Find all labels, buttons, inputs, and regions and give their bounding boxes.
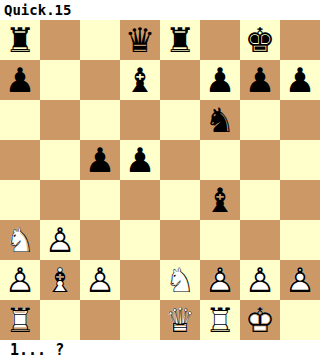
square-e8[interactable]: ♜ [160, 20, 200, 60]
move-prompt: 1... ? [0, 340, 64, 360]
square-e4[interactable] [160, 180, 200, 220]
black-king-piece[interactable]: ♚ [240, 20, 280, 60]
white-piece-outline-layer: ♖ [200, 300, 240, 340]
black-queen-piece[interactable]: ♛ [120, 20, 160, 60]
white-pawn-piece[interactable]: ♟♙ [40, 220, 80, 260]
square-g3[interactable] [240, 220, 280, 260]
black-pawn-piece[interactable]: ♟ [80, 140, 120, 180]
square-g4[interactable] [240, 180, 280, 220]
square-d3[interactable] [120, 220, 160, 260]
square-f4[interactable]: ♝ [200, 180, 240, 220]
square-h1[interactable] [280, 300, 320, 340]
white-piece-outline-layer: ♗ [40, 260, 80, 300]
white-knight-piece[interactable]: ♞♘ [160, 260, 200, 300]
white-pawn-piece[interactable]: ♟♙ [240, 260, 280, 300]
black-pawn-piece[interactable]: ♟ [240, 60, 280, 100]
square-d1[interactable] [120, 300, 160, 340]
white-pawn-piece[interactable]: ♟♙ [80, 260, 120, 300]
black-pawn-piece[interactable]: ♟ [0, 60, 40, 100]
white-piece-outline-layer: ♙ [80, 260, 120, 300]
white-piece-outline-layer: ♖ [0, 300, 40, 340]
black-knight-piece[interactable]: ♞ [200, 100, 240, 140]
black-rook-piece[interactable]: ♜ [0, 20, 40, 60]
black-rook-piece[interactable]: ♜ [160, 20, 200, 60]
square-h6[interactable] [280, 100, 320, 140]
square-g1[interactable]: ♚♔ [240, 300, 280, 340]
square-h8[interactable] [280, 20, 320, 60]
square-b6[interactable] [40, 100, 80, 140]
square-b2[interactable]: ♝♗ [40, 260, 80, 300]
square-d6[interactable] [120, 100, 160, 140]
status-bar: 1... ? [0, 340, 320, 360]
square-a3[interactable]: ♞♘ [0, 220, 40, 260]
square-g2[interactable]: ♟♙ [240, 260, 280, 300]
white-piece-outline-layer: ♘ [160, 260, 200, 300]
black-pawn-piece[interactable]: ♟ [280, 60, 320, 100]
square-g8[interactable]: ♚ [240, 20, 280, 60]
black-pawn-piece[interactable]: ♟ [120, 140, 160, 180]
square-c2[interactable]: ♟♙ [80, 260, 120, 300]
square-d5[interactable]: ♟ [120, 140, 160, 180]
square-g5[interactable] [240, 140, 280, 180]
square-b8[interactable] [40, 20, 80, 60]
square-f5[interactable] [200, 140, 240, 180]
white-piece-outline-layer: ♙ [40, 220, 80, 260]
white-bishop-piece[interactable]: ♝♗ [40, 260, 80, 300]
square-c6[interactable] [80, 100, 120, 140]
square-f2[interactable]: ♟♙ [200, 260, 240, 300]
square-d4[interactable] [120, 180, 160, 220]
title-bar: Quick.15 [0, 0, 320, 20]
square-d7[interactable]: ♝ [120, 60, 160, 100]
white-king-piece[interactable]: ♚♔ [240, 300, 280, 340]
square-f1[interactable]: ♜♖ [200, 300, 240, 340]
square-c1[interactable] [80, 300, 120, 340]
square-c7[interactable] [80, 60, 120, 100]
white-pawn-piece[interactable]: ♟♙ [280, 260, 320, 300]
game-title: Quick.15 [0, 0, 71, 20]
square-e3[interactable] [160, 220, 200, 260]
white-piece-outline-layer: ♙ [240, 260, 280, 300]
square-h4[interactable] [280, 180, 320, 220]
square-g7[interactable]: ♟ [240, 60, 280, 100]
white-rook-piece[interactable]: ♜♖ [200, 300, 240, 340]
square-e7[interactable] [160, 60, 200, 100]
square-a4[interactable] [0, 180, 40, 220]
square-a6[interactable] [0, 100, 40, 140]
square-b7[interactable] [40, 60, 80, 100]
white-queen-piece[interactable]: ♛♕ [160, 300, 200, 340]
square-f7[interactable]: ♟ [200, 60, 240, 100]
square-c4[interactable] [80, 180, 120, 220]
square-f8[interactable] [200, 20, 240, 60]
white-pawn-piece[interactable]: ♟♙ [0, 260, 40, 300]
square-e5[interactable] [160, 140, 200, 180]
square-a2[interactable]: ♟♙ [0, 260, 40, 300]
white-piece-outline-layer: ♔ [240, 300, 280, 340]
square-b4[interactable] [40, 180, 80, 220]
square-a1[interactable]: ♜♖ [0, 300, 40, 340]
square-e2[interactable]: ♞♘ [160, 260, 200, 300]
white-piece-outline-layer: ♙ [280, 260, 320, 300]
square-c8[interactable] [80, 20, 120, 60]
square-f3[interactable] [200, 220, 240, 260]
square-c5[interactable]: ♟ [80, 140, 120, 180]
square-g6[interactable] [240, 100, 280, 140]
black-pawn-piece[interactable]: ♟ [200, 60, 240, 100]
square-h3[interactable] [280, 220, 320, 260]
white-pawn-piece[interactable]: ♟♙ [200, 260, 240, 300]
square-c3[interactable] [80, 220, 120, 260]
square-h5[interactable] [280, 140, 320, 180]
square-d8[interactable]: ♛ [120, 20, 160, 60]
white-piece-outline-layer: ♕ [160, 300, 200, 340]
black-bishop-piece[interactable]: ♝ [120, 60, 160, 100]
square-h7[interactable]: ♟ [280, 60, 320, 100]
white-piece-outline-layer: ♙ [200, 260, 240, 300]
white-piece-outline-layer: ♙ [0, 260, 40, 300]
square-a8[interactable]: ♜ [0, 20, 40, 60]
square-b1[interactable] [40, 300, 80, 340]
square-b3[interactable]: ♟♙ [40, 220, 80, 260]
square-h2[interactable]: ♟♙ [280, 260, 320, 300]
square-a5[interactable] [0, 140, 40, 180]
white-knight-piece[interactable]: ♞♘ [0, 220, 40, 260]
square-e1[interactable]: ♛♕ [160, 300, 200, 340]
square-f6[interactable]: ♞ [200, 100, 240, 140]
square-a7[interactable]: ♟ [0, 60, 40, 100]
square-e6[interactable] [160, 100, 200, 140]
black-bishop-piece[interactable]: ♝ [200, 180, 240, 220]
white-rook-piece[interactable]: ♜♖ [0, 300, 40, 340]
square-d2[interactable] [120, 260, 160, 300]
white-piece-outline-layer: ♘ [0, 220, 40, 260]
chess-board: ♜♛♜♚♟♝♟♟♟♞♟♟♝♞♘♟♙♟♙♝♗♟♙♞♘♟♙♟♙♟♙♜♖♛♕♜♖♚♔ [0, 20, 320, 340]
square-b5[interactable] [40, 140, 80, 180]
